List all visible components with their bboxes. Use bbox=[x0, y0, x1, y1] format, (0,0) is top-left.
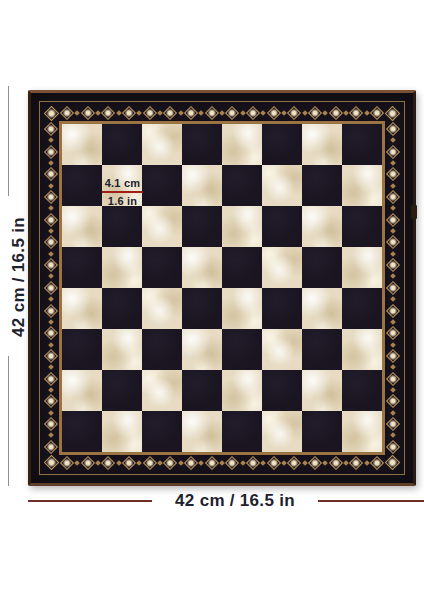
inlay-diamond-icon bbox=[44, 281, 58, 295]
inlay-dot-icon bbox=[240, 460, 246, 466]
square-e7 bbox=[222, 165, 262, 206]
inlay-dot-icon bbox=[74, 460, 80, 466]
inlay-dot-icon bbox=[281, 460, 287, 466]
square-a1 bbox=[62, 411, 102, 452]
inlay-dot-icon bbox=[260, 110, 266, 116]
inlay-diamond-icon bbox=[266, 456, 280, 470]
square-a5 bbox=[62, 247, 102, 288]
inlay-dot-icon bbox=[198, 110, 204, 116]
square-h2 bbox=[342, 370, 382, 411]
inlay-diamond-icon bbox=[386, 122, 400, 136]
square-g1 bbox=[302, 411, 342, 452]
inlay-diamond-icon bbox=[386, 326, 400, 340]
inlay-dot-icon bbox=[48, 183, 54, 189]
inlay-diamond-icon bbox=[225, 106, 239, 120]
square-g2 bbox=[302, 370, 342, 411]
inlay-dot-icon bbox=[302, 460, 308, 466]
inlay-diamond-icon bbox=[386, 190, 400, 204]
inlay-diamond-icon bbox=[386, 235, 400, 249]
inlay-dot-icon bbox=[219, 460, 225, 466]
inlay-diamond-icon bbox=[386, 440, 400, 454]
square-size-metric: 4.1 cm bbox=[102, 177, 143, 190]
inlay-dot-icon bbox=[343, 460, 349, 466]
inlay-dot-icon bbox=[48, 342, 54, 348]
height-dimension-label: 42 cm / 16.5 in bbox=[9, 207, 29, 347]
product-photo: 4.1 cm 1.6 in 42 cm / 16.5 in 42 cm / 16… bbox=[0, 0, 424, 600]
inlay-diamond-icon bbox=[328, 106, 342, 120]
square-size-annotation: 4.1 cm 1.6 in bbox=[102, 177, 143, 208]
square-b3 bbox=[102, 329, 142, 370]
inlay-dot-icon bbox=[74, 110, 80, 116]
square-h6 bbox=[342, 206, 382, 247]
playing-field-border bbox=[59, 121, 385, 455]
inlay-diamond-icon bbox=[205, 456, 219, 470]
inlay-diamond-icon bbox=[44, 326, 58, 340]
inlay-diamond-icon bbox=[205, 106, 219, 120]
inlay-dot-icon bbox=[48, 138, 54, 144]
inlay-diamond-icon bbox=[60, 456, 74, 470]
inlay-dot-icon bbox=[364, 110, 370, 116]
inlay-dot-icon bbox=[48, 206, 54, 212]
inlay-dot-icon bbox=[390, 387, 396, 393]
inlay-dot-icon bbox=[178, 110, 184, 116]
inlay-band-right bbox=[385, 124, 401, 452]
inlay-dot-icon bbox=[390, 432, 396, 438]
square-h4 bbox=[342, 288, 382, 329]
inlay-dot-icon bbox=[48, 387, 54, 393]
square-b6 bbox=[102, 206, 142, 247]
inlay-diamond-icon bbox=[349, 456, 363, 470]
inlay-diamond-icon bbox=[225, 456, 239, 470]
square-d2 bbox=[182, 370, 222, 411]
inlay-diamond-icon bbox=[184, 456, 198, 470]
frame-edge-knot bbox=[411, 204, 417, 220]
inlay-diamond-icon bbox=[308, 456, 322, 470]
inlay-dot-icon bbox=[322, 110, 328, 116]
inlay-diamond-icon bbox=[386, 371, 400, 385]
square-f5 bbox=[262, 247, 302, 288]
inlay-diamond-icon bbox=[122, 456, 136, 470]
square-d7 bbox=[182, 165, 222, 206]
inlay-diamond-icon bbox=[386, 258, 400, 272]
inlay-dot-icon bbox=[302, 110, 308, 116]
width-dimension-line-right bbox=[318, 500, 424, 502]
inlay-dot-icon bbox=[48, 274, 54, 280]
inlay-dot-icon bbox=[390, 251, 396, 257]
inlay-dot-icon bbox=[390, 364, 396, 370]
inlay-diamond-icon bbox=[60, 106, 74, 120]
inlay-band-top bbox=[62, 105, 382, 121]
inlay-diamond-icon bbox=[44, 394, 58, 408]
inlay-diamond-icon bbox=[101, 106, 115, 120]
square-d5 bbox=[182, 247, 222, 288]
square-f3 bbox=[262, 329, 302, 370]
square-h5 bbox=[342, 247, 382, 288]
inlay-dot-icon bbox=[390, 228, 396, 234]
square-g8 bbox=[302, 124, 342, 165]
inlay-diamond-icon bbox=[349, 106, 363, 120]
height-dimension-line-bottom bbox=[8, 356, 9, 486]
inlay-diamond-icon bbox=[81, 106, 95, 120]
inlay-diamond-icon bbox=[44, 190, 58, 204]
inlay-dot-icon bbox=[48, 410, 54, 416]
inlay-dot-icon bbox=[390, 274, 396, 280]
inlay-dot-icon bbox=[48, 319, 54, 325]
inlay-dot-icon bbox=[178, 460, 184, 466]
inlay-diamond-icon bbox=[386, 417, 400, 431]
inlay-dot-icon bbox=[136, 460, 142, 466]
inlay-diamond-icon bbox=[81, 456, 95, 470]
inlay-diamond-icon bbox=[101, 456, 115, 470]
square-b1 bbox=[102, 411, 142, 452]
inlay-diamond-icon bbox=[246, 106, 260, 120]
square-b2 bbox=[102, 370, 142, 411]
inlay-dot-icon bbox=[116, 110, 122, 116]
inlay-corner-diamond-icon bbox=[44, 106, 60, 122]
square-e5 bbox=[222, 247, 262, 288]
inlay-dot-icon bbox=[390, 160, 396, 166]
inlay-dot-icon bbox=[48, 228, 54, 234]
inlay-dot-icon bbox=[390, 410, 396, 416]
inlay-dot-icon bbox=[48, 364, 54, 370]
inlay-diamond-icon bbox=[44, 122, 58, 136]
inlay-dot-icon bbox=[157, 460, 163, 466]
inlay-diamond-icon bbox=[328, 456, 342, 470]
inlay-dot-icon bbox=[322, 460, 328, 466]
inlay-diamond-icon bbox=[287, 106, 301, 120]
inlay-diamond-icon bbox=[386, 145, 400, 159]
inlay-diamond-icon bbox=[370, 456, 384, 470]
square-f6 bbox=[262, 206, 302, 247]
inlay-diamond-icon bbox=[44, 167, 58, 181]
inlay-dot-icon bbox=[48, 432, 54, 438]
square-f1 bbox=[262, 411, 302, 452]
inlay-diamond-icon bbox=[386, 349, 400, 363]
inlay-corner-diamond-icon bbox=[385, 106, 401, 122]
square-d8 bbox=[182, 124, 222, 165]
inlay-diamond-icon bbox=[44, 417, 58, 431]
inlay-band-left bbox=[43, 124, 59, 452]
inlay-dot-icon bbox=[390, 138, 396, 144]
square-c8 bbox=[142, 124, 182, 165]
inlay-diamond-icon bbox=[386, 394, 400, 408]
inlay-diamond-icon bbox=[44, 349, 58, 363]
inlay-dot-icon bbox=[219, 110, 225, 116]
square-a2 bbox=[62, 370, 102, 411]
square-a4 bbox=[62, 288, 102, 329]
inlay-dot-icon bbox=[116, 460, 122, 466]
inlay-diamond-icon bbox=[143, 106, 157, 120]
square-c4 bbox=[142, 288, 182, 329]
square-a6 bbox=[62, 206, 102, 247]
square-size-measure-line bbox=[102, 191, 143, 193]
square-c5 bbox=[142, 247, 182, 288]
inlay-dot-icon bbox=[390, 342, 396, 348]
square-g3 bbox=[302, 329, 342, 370]
inlay-diamond-icon bbox=[122, 106, 136, 120]
inlay-diamond-icon bbox=[44, 145, 58, 159]
inlay-diamond-icon bbox=[386, 213, 400, 227]
square-c2 bbox=[142, 370, 182, 411]
inlay-diamond-icon bbox=[386, 303, 400, 317]
square-f8 bbox=[262, 124, 302, 165]
square-size-imperial: 1.6 in bbox=[102, 195, 143, 208]
inlay-dot-icon bbox=[48, 296, 54, 302]
square-e6 bbox=[222, 206, 262, 247]
square-d4 bbox=[182, 288, 222, 329]
width-dimension-label: 42 cm / 16.5 in bbox=[155, 491, 315, 511]
inlay-dot-icon bbox=[240, 110, 246, 116]
inlay-diamond-icon bbox=[44, 258, 58, 272]
square-a3 bbox=[62, 329, 102, 370]
inlay-dot-icon bbox=[136, 110, 142, 116]
inlay-diamond-icon bbox=[184, 106, 198, 120]
square-f2 bbox=[262, 370, 302, 411]
inlay-dot-icon bbox=[390, 206, 396, 212]
square-a8 bbox=[62, 124, 102, 165]
inlay-diamond-icon bbox=[370, 106, 384, 120]
inlay-dot-icon bbox=[281, 110, 287, 116]
square-c1 bbox=[142, 411, 182, 452]
square-g7 bbox=[302, 165, 342, 206]
inlay-dot-icon bbox=[48, 251, 54, 257]
square-e3 bbox=[222, 329, 262, 370]
inlay-diamond-icon bbox=[287, 456, 301, 470]
inlay-diamond-icon bbox=[266, 106, 280, 120]
inlay-diamond-icon bbox=[44, 440, 58, 454]
square-h8 bbox=[342, 124, 382, 165]
inlay-dot-icon bbox=[390, 183, 396, 189]
inlay-corner-diamond-icon bbox=[385, 455, 401, 471]
square-c3 bbox=[142, 329, 182, 370]
square-e8 bbox=[222, 124, 262, 165]
inlay-dot-icon bbox=[364, 460, 370, 466]
inlay-diamond-icon bbox=[386, 281, 400, 295]
height-dimension-line-top bbox=[8, 86, 9, 196]
inlay-dot-icon bbox=[48, 160, 54, 166]
square-a7 bbox=[62, 165, 102, 206]
inlay-dot-icon bbox=[260, 460, 266, 466]
width-dimension-line-left bbox=[28, 500, 152, 502]
square-g6 bbox=[302, 206, 342, 247]
inlay-corner-diamond-icon bbox=[44, 455, 60, 471]
inlay-diamond-icon bbox=[246, 456, 260, 470]
square-h7 bbox=[342, 165, 382, 206]
inlay-dot-icon bbox=[343, 110, 349, 116]
inlay-dot-icon bbox=[157, 110, 163, 116]
square-e4 bbox=[222, 288, 262, 329]
square-c6 bbox=[142, 206, 182, 247]
square-g4 bbox=[302, 288, 342, 329]
square-e1 bbox=[222, 411, 262, 452]
inlay-band-bottom bbox=[62, 455, 382, 471]
chessboard bbox=[28, 90, 416, 486]
checkerboard bbox=[62, 124, 382, 452]
square-f7 bbox=[262, 165, 302, 206]
square-f4 bbox=[262, 288, 302, 329]
square-h1 bbox=[342, 411, 382, 452]
square-b4 bbox=[102, 288, 142, 329]
square-c7 bbox=[142, 165, 182, 206]
inlay-diamond-icon bbox=[44, 303, 58, 317]
square-b5 bbox=[102, 247, 142, 288]
inlay-diamond-icon bbox=[163, 456, 177, 470]
square-e2 bbox=[222, 370, 262, 411]
inlay-dot-icon bbox=[198, 460, 204, 466]
inlay-diamond-icon bbox=[143, 456, 157, 470]
square-h3 bbox=[342, 329, 382, 370]
square-d3 bbox=[182, 329, 222, 370]
inlay-diamond-icon bbox=[163, 106, 177, 120]
square-b8 bbox=[102, 124, 142, 165]
inlay-diamond-icon bbox=[386, 167, 400, 181]
inlay-diamond-icon bbox=[44, 235, 58, 249]
inlay-dot-icon bbox=[390, 319, 396, 325]
inlay-dot-icon bbox=[390, 296, 396, 302]
inlay-diamond-icon bbox=[308, 106, 322, 120]
inlay-diamond-icon bbox=[44, 371, 58, 385]
square-g5 bbox=[302, 247, 342, 288]
square-d1 bbox=[182, 411, 222, 452]
inlay-diamond-icon bbox=[44, 213, 58, 227]
square-d6 bbox=[182, 206, 222, 247]
